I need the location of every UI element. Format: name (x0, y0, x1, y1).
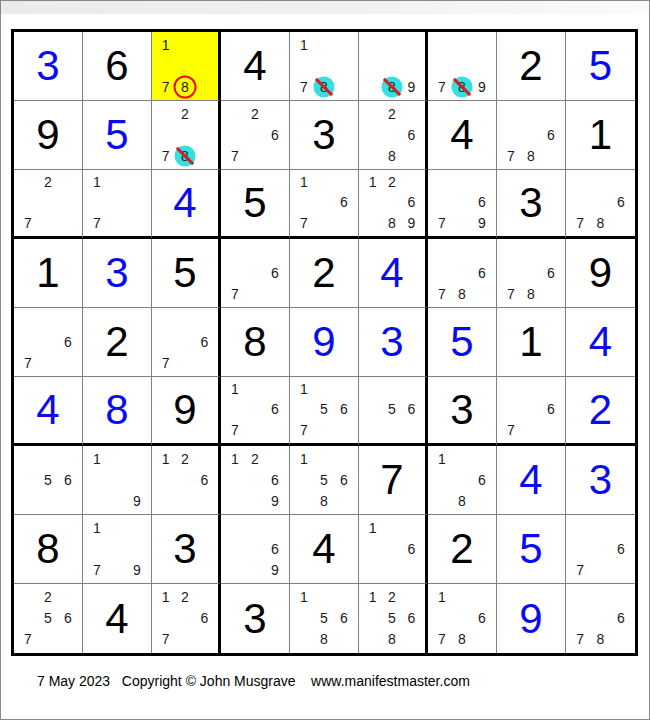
given-digit: 9 (173, 389, 196, 431)
candidate-7: 7 (87, 559, 107, 580)
cell-r4c7[interactable]: 678 (428, 239, 497, 308)
given-digit: 4 (312, 528, 335, 570)
cell-r1c7[interactable]: 789 (428, 32, 497, 101)
candidate-2: 2 (175, 103, 194, 124)
solved-digit: 3 (105, 252, 128, 294)
candidate-6: 6 (265, 124, 285, 145)
given-digit: 2 (105, 321, 128, 363)
candidate-1: 1 (156, 448, 175, 469)
candidate-1: 1 (294, 172, 314, 192)
candidate-6: 6 (611, 538, 631, 559)
cell-r4c6[interactable]: 4 (359, 239, 428, 308)
candidate-7: 7 (501, 283, 521, 304)
cell-r5c5[interactable]: 9 (290, 308, 359, 377)
pencil-marks: 678 (497, 239, 565, 307)
cell-r1c9[interactable]: 5 (566, 32, 635, 101)
solved-digit: 3 (36, 45, 59, 87)
candidate-7: 7 (156, 629, 175, 650)
given-digit: 1 (589, 114, 612, 156)
cell-r2c7[interactable]: 4 (428, 101, 497, 170)
candidate-8: 8 (314, 76, 334, 97)
candidate-8: 8 (382, 76, 401, 97)
pencil-marks: 67 (566, 515, 635, 583)
given-digit: 9 (36, 114, 59, 156)
cell-r1c4[interactable]: 4 (221, 32, 290, 101)
candidate-7: 7 (570, 629, 590, 650)
candidate-8: 8 (521, 145, 541, 166)
pencil-marks: 1567 (290, 377, 358, 443)
candidate-7: 7 (156, 76, 175, 97)
candidate-6: 6 (402, 607, 421, 628)
pencil-marks: 1568 (290, 584, 358, 653)
candidate-2: 2 (245, 103, 265, 124)
cell-r3c2[interactable]: 17 (83, 170, 152, 239)
candidate-5: 5 (38, 469, 58, 490)
cell-r5c8[interactable]: 1 (497, 308, 566, 377)
candidate-2: 2 (38, 586, 58, 607)
cell-r7c1[interactable]: 56 (14, 446, 83, 515)
candidate-6: 6 (334, 399, 354, 419)
given-digit: 3 (243, 598, 266, 640)
cell-r7c5[interactable]: 1568 (290, 446, 359, 515)
candidate-5: 5 (314, 399, 334, 419)
candidate-8: 8 (452, 76, 472, 97)
candidate-8: 8 (590, 629, 610, 650)
cell-r3c4[interactable]: 5 (221, 170, 290, 239)
candidate-6: 6 (334, 192, 354, 212)
candidate-7: 7 (18, 629, 38, 650)
candidate-6: 6 (58, 469, 78, 490)
candidate-8: 8 (382, 213, 401, 233)
given-digit: 4 (105, 598, 128, 640)
solved-digit: 4 (36, 389, 59, 431)
footer-copyright: 7 May 2023 Copyright © John Musgrave www… (37, 673, 470, 689)
cell-r4c2[interactable]: 3 (83, 239, 152, 308)
cell-r9c1[interactable]: 2567 (14, 584, 83, 653)
given-digit: 7 (380, 459, 403, 501)
candidate-7: 7 (18, 352, 38, 373)
candidate-6: 6 (334, 607, 354, 628)
app-window: 3617841788978925952782673268467812717451… (0, 0, 650, 720)
candidate-6: 6 (541, 124, 561, 145)
candidate-1: 1 (432, 586, 452, 607)
candidate-8: 8 (382, 629, 401, 650)
candidate-6: 6 (402, 538, 421, 559)
cell-r8c8[interactable]: 5 (497, 515, 566, 584)
candidate-7: 7 (294, 213, 314, 233)
sudoku-board: 3617841788978925952782673268467812717451… (11, 29, 638, 656)
pencil-marks: 12568 (359, 584, 425, 653)
candidate-6: 6 (541, 262, 561, 283)
cell-r6c9[interactable]: 2 (566, 377, 635, 446)
cell-r8c3[interactable]: 3 (152, 515, 221, 584)
candidate-1: 1 (363, 172, 382, 192)
pencil-marks: 167 (221, 377, 289, 443)
pencil-marks: 1568 (290, 446, 358, 514)
cell-r6c8[interactable]: 67 (497, 377, 566, 446)
candidate-6: 6 (58, 607, 78, 628)
cell-r9c9[interactable]: 678 (566, 584, 635, 653)
cell-r2c8[interactable]: 678 (497, 101, 566, 170)
pencil-marks: 126 (152, 446, 218, 514)
candidate-1: 1 (294, 586, 314, 607)
solved-digit: 5 (519, 528, 542, 570)
pencil-marks: 679 (428, 170, 496, 236)
pencil-marks: 56 (14, 446, 82, 514)
cell-r3c8[interactable]: 3 (497, 170, 566, 239)
cell-r5c7[interactable]: 5 (428, 308, 497, 377)
pencil-marks: 167 (290, 170, 358, 236)
pencil-marks: 89 (359, 32, 425, 100)
candidate-6: 6 (195, 331, 214, 352)
candidate-1: 1 (363, 586, 382, 607)
pencil-marks: 278 (152, 101, 218, 169)
solved-digit: 8 (105, 389, 128, 431)
cell-r3c5[interactable]: 167 (290, 170, 359, 239)
candidate-7: 7 (18, 213, 38, 233)
pencil-marks: 789 (428, 32, 496, 100)
cell-r4c4[interactable]: 67 (221, 239, 290, 308)
cell-r2c5[interactable]: 3 (290, 101, 359, 170)
given-digit: 4 (243, 45, 266, 87)
cell-r6c7[interactable]: 3 (428, 377, 497, 446)
pencil-marks: 168 (428, 446, 496, 514)
candidate-6: 6 (195, 607, 214, 628)
cell-r9c7[interactable]: 1678 (428, 584, 497, 653)
candidate-6: 6 (472, 469, 492, 490)
candidate-1: 1 (294, 448, 314, 469)
candidate-5: 5 (382, 607, 401, 628)
cell-r3c7[interactable]: 679 (428, 170, 497, 239)
candidate-8: 8 (382, 145, 401, 166)
candidate-8: 8 (452, 490, 472, 511)
pencil-marks: 56 (359, 377, 425, 443)
cell-r6c1[interactable]: 4 (14, 377, 83, 446)
solved-digit: 4 (519, 459, 542, 501)
pencil-marks: 19 (83, 446, 151, 514)
given-digit: 3 (173, 528, 196, 570)
given-digit: 5 (243, 182, 266, 224)
cell-r5c2[interactable]: 2 (83, 308, 152, 377)
cell-r6c5[interactable]: 1567 (290, 377, 359, 446)
candidate-6: 6 (334, 469, 354, 490)
cell-r4c9[interactable]: 9 (566, 239, 635, 308)
candidate-6: 6 (195, 469, 214, 490)
given-digit: 1 (519, 321, 542, 363)
cell-r9c2[interactable]: 4 (83, 584, 152, 653)
solved-digit: 2 (589, 389, 612, 431)
cell-r7c9[interactable]: 3 (566, 446, 635, 515)
solved-digit: 5 (450, 321, 473, 363)
given-digit: 8 (243, 321, 266, 363)
cell-r7c8[interactable]: 4 (497, 446, 566, 515)
given-digit: 9 (589, 252, 612, 294)
candidate-7: 7 (225, 145, 245, 166)
candidate-8: 8 (452, 629, 472, 650)
cell-r7c4[interactable]: 1269 (221, 446, 290, 515)
pencil-marks: 16 (359, 515, 425, 583)
candidate-8: 8 (452, 283, 472, 304)
candidate-1: 1 (432, 448, 452, 469)
cell-r8c2[interactable]: 179 (83, 515, 152, 584)
cell-r8c7[interactable]: 2 (428, 515, 497, 584)
pencil-marks: 12689 (359, 170, 425, 236)
candidate-8: 8 (314, 490, 334, 511)
pencil-marks: 17 (83, 170, 151, 236)
cell-r2c9[interactable]: 1 (566, 101, 635, 170)
candidate-6: 6 (472, 262, 492, 283)
pencil-marks: 678 (497, 101, 565, 169)
cell-r9c6[interactable]: 12568 (359, 584, 428, 653)
cell-r8c4[interactable]: 69 (221, 515, 290, 584)
cell-r3c3[interactable]: 4 (152, 170, 221, 239)
cell-r5c4[interactable]: 8 (221, 308, 290, 377)
solved-digit: 5 (105, 114, 128, 156)
cell-r2c6[interactable]: 268 (359, 101, 428, 170)
cell-r4c5[interactable]: 2 (290, 239, 359, 308)
cell-r9c8[interactable]: 9 (497, 584, 566, 653)
cell-r9c4[interactable]: 3 (221, 584, 290, 653)
cell-r1c1[interactable]: 3 (14, 32, 83, 101)
pencil-marks: 67 (14, 308, 82, 376)
pencil-marks: 67 (221, 239, 289, 307)
given-digit: 3 (312, 114, 335, 156)
candidate-6: 6 (265, 262, 285, 283)
pencil-marks: 178 (290, 32, 358, 100)
cell-r4c1[interactable]: 1 (14, 239, 83, 308)
window-titlebar (1, 1, 649, 14)
cell-r3c6[interactable]: 12689 (359, 170, 428, 239)
candidate-7: 7 (294, 420, 314, 440)
candidate-7: 7 (156, 352, 175, 373)
cell-r1c3[interactable]: 178 (152, 32, 221, 101)
cell-r7c7[interactable]: 168 (428, 446, 497, 515)
candidate-7: 7 (432, 76, 452, 97)
cell-r6c4[interactable]: 167 (221, 377, 290, 446)
candidate-6: 6 (265, 399, 285, 419)
candidate-7: 7 (501, 420, 521, 440)
pencil-marks: 67 (497, 377, 565, 443)
candidate-6: 6 (265, 469, 285, 490)
given-digit: 8 (36, 528, 59, 570)
candidate-2: 2 (175, 586, 194, 607)
candidate-9: 9 (127, 559, 147, 580)
candidate-9: 9 (472, 213, 492, 233)
candidate-1: 1 (156, 586, 175, 607)
solved-digit: 4 (589, 321, 612, 363)
pencil-marks: 1267 (152, 584, 218, 653)
cell-r6c6[interactable]: 56 (359, 377, 428, 446)
cell-r6c3[interactable]: 9 (152, 377, 221, 446)
cell-r7c3[interactable]: 126 (152, 446, 221, 515)
candidate-8: 8 (590, 213, 610, 233)
pencil-marks: 1269 (221, 446, 289, 514)
pencil-marks: 267 (221, 101, 289, 169)
candidate-6: 6 (402, 192, 421, 212)
candidate-1: 1 (87, 172, 107, 192)
candidate-6: 6 (58, 331, 78, 352)
candidate-2: 2 (382, 586, 401, 607)
candidate-7: 7 (432, 213, 452, 233)
candidate-7: 7 (570, 213, 590, 233)
cell-r6c2[interactable]: 8 (83, 377, 152, 446)
given-digit: 5 (173, 252, 196, 294)
candidate-6: 6 (472, 607, 492, 628)
candidate-7: 7 (432, 629, 452, 650)
cell-r9c3[interactable]: 1267 (152, 584, 221, 653)
solved-digit: 4 (173, 182, 196, 224)
candidate-5: 5 (314, 607, 334, 628)
pencil-marks: 179 (83, 515, 151, 583)
pencil-marks: 2567 (14, 584, 82, 653)
candidate-5: 5 (314, 469, 334, 490)
given-digit: 6 (105, 45, 128, 87)
cell-r7c2[interactable]: 19 (83, 446, 152, 515)
candidate-7: 7 (501, 145, 521, 166)
cell-r4c3[interactable]: 5 (152, 239, 221, 308)
cell-r1c5[interactable]: 178 (290, 32, 359, 101)
candidate-1: 1 (87, 448, 107, 469)
pencil-marks: 1678 (428, 584, 496, 653)
given-digit: 3 (450, 389, 473, 431)
cell-r5c9[interactable]: 4 (566, 308, 635, 377)
cell-r8c5[interactable]: 4 (290, 515, 359, 584)
candidate-7: 7 (570, 559, 590, 580)
candidate-6: 6 (402, 399, 421, 419)
pencil-marks: 268 (359, 101, 425, 169)
given-digit: 3 (519, 182, 542, 224)
candidate-6: 6 (611, 607, 631, 628)
cell-r2c4[interactable]: 267 (221, 101, 290, 170)
solved-digit: 9 (519, 598, 542, 640)
candidate-6: 6 (611, 192, 631, 212)
cell-r1c8[interactable]: 2 (497, 32, 566, 101)
candidate-9: 9 (265, 559, 285, 580)
candidate-2: 2 (382, 172, 401, 192)
pencil-marks: 69 (221, 515, 289, 583)
solved-digit: 3 (589, 459, 612, 501)
pencil-marks: 178 (152, 32, 218, 100)
candidate-7: 7 (225, 420, 245, 440)
cell-r7c6[interactable]: 7 (359, 446, 428, 515)
cell-r5c1[interactable]: 67 (14, 308, 83, 377)
cell-r5c6[interactable]: 3 (359, 308, 428, 377)
given-digit: 1 (36, 252, 59, 294)
cell-r8c9[interactable]: 67 (566, 515, 635, 584)
candidate-9: 9 (127, 490, 147, 511)
candidate-6: 6 (265, 538, 285, 559)
cell-r4c8[interactable]: 678 (497, 239, 566, 308)
cell-r8c1[interactable]: 8 (14, 515, 83, 584)
given-digit: 4 (450, 114, 473, 156)
candidate-2: 2 (245, 448, 265, 469)
given-digit: 2 (450, 528, 473, 570)
candidate-7: 7 (87, 213, 107, 233)
candidate-6: 6 (402, 124, 421, 145)
solved-digit: 3 (380, 321, 403, 363)
cell-r2c1[interactable]: 9 (14, 101, 83, 170)
cell-r3c9[interactable]: 678 (566, 170, 635, 239)
solved-digit: 4 (380, 252, 403, 294)
candidate-9: 9 (402, 213, 421, 233)
candidate-2: 2 (38, 172, 58, 192)
candidate-5: 5 (382, 399, 401, 419)
cell-r9c5[interactable]: 1568 (290, 584, 359, 653)
candidate-1: 1 (363, 517, 382, 538)
given-digit: 2 (519, 45, 542, 87)
cell-r5c3[interactable]: 67 (152, 308, 221, 377)
cell-r2c3[interactable]: 278 (152, 101, 221, 170)
candidate-1: 1 (294, 34, 314, 55)
pencil-marks: 67 (152, 308, 218, 376)
pencil-marks: 678 (428, 239, 496, 307)
candidate-1: 1 (225, 448, 245, 469)
candidate-1: 1 (156, 34, 175, 55)
candidate-2: 2 (175, 448, 194, 469)
candidate-6: 6 (472, 192, 492, 212)
candidate-7: 7 (294, 76, 314, 97)
candidate-7: 7 (432, 283, 452, 304)
candidate-1: 1 (225, 379, 245, 399)
cell-r2c2[interactable]: 5 (83, 101, 152, 170)
cell-r1c2[interactable]: 6 (83, 32, 152, 101)
candidate-9: 9 (402, 76, 421, 97)
candidate-9: 9 (472, 76, 492, 97)
solved-digit: 9 (312, 321, 335, 363)
solved-digit: 5 (589, 45, 612, 87)
candidate-9: 9 (265, 490, 285, 511)
candidate-1: 1 (294, 379, 314, 399)
given-digit: 2 (312, 252, 335, 294)
candidate-8: 8 (521, 283, 541, 304)
candidate-2: 2 (382, 103, 401, 124)
candidate-8: 8 (175, 145, 194, 166)
pencil-marks: 678 (566, 170, 635, 236)
cell-r8c6[interactable]: 16 (359, 515, 428, 584)
pencil-marks: 27 (14, 170, 82, 236)
candidate-8: 8 (175, 76, 194, 97)
cell-r1c6[interactable]: 89 (359, 32, 428, 101)
candidate-5: 5 (38, 607, 58, 628)
pencil-marks: 678 (566, 584, 635, 653)
candidate-6: 6 (541, 399, 561, 419)
candidate-7: 7 (156, 145, 175, 166)
cell-r3c1[interactable]: 27 (14, 170, 83, 239)
candidate-1: 1 (87, 517, 107, 538)
candidate-8: 8 (314, 629, 334, 650)
candidate-7: 7 (225, 283, 245, 304)
